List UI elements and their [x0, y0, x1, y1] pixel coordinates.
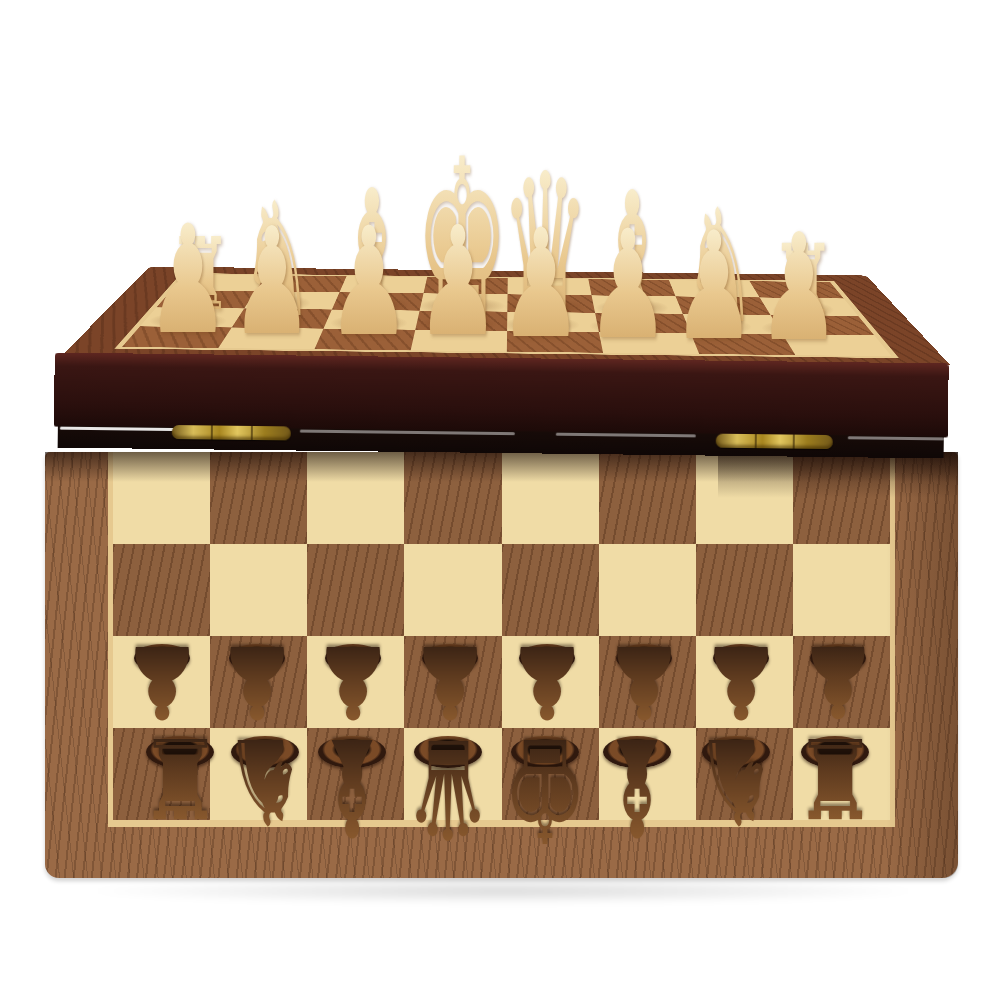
black-knight-glyph: ♞ — [694, 721, 779, 840]
chess-set-product-photo: ♜♞♝♚♛♝♞♜♟♟♟♟♟♟♟♟ ♟♟♟♟♟♟♟♟♜♞♝♛♚♝♞♜ — [0, 0, 1000, 1000]
white-pawn: ♟ — [146, 205, 229, 355]
white-pawn: ♟ — [499, 209, 582, 359]
white-pawn: ♟ — [327, 207, 410, 357]
white-pawn: ♟ — [673, 212, 756, 361]
brass-hinge-2 — [716, 434, 833, 449]
white-pawn: ♟ — [758, 214, 840, 362]
white-pawn: ♟ — [231, 208, 313, 356]
hinge-container — [5, 0, 1000, 6]
gap-highlight-3 — [848, 436, 944, 440]
white-pawn: ♟ — [416, 207, 500, 358]
gap-highlight-2 — [556, 433, 696, 438]
black-queen-glyph: ♛ — [406, 719, 490, 856]
black-knight-glyph: ♞ — [222, 721, 307, 840]
gap-highlight-1 — [300, 430, 515, 436]
black-bishop-glyph: ♝ — [598, 720, 676, 855]
black-king-glyph: ♚ — [502, 719, 587, 861]
black-bishop-glyph: ♝ — [313, 720, 391, 855]
brass-hinge-1 — [172, 425, 291, 440]
white-pawn: ♟ — [586, 210, 669, 360]
black-rook-glyph: ♜ — [137, 723, 222, 833]
black-rook-glyph: ♜ — [793, 723, 878, 833]
